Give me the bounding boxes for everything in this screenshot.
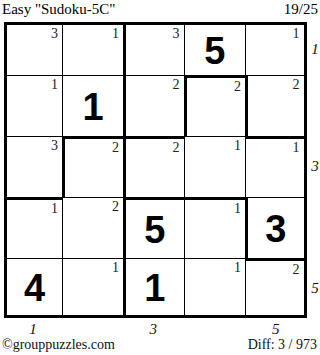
cell-clue: 2 [293,77,300,92]
cell-clue: 1 [112,26,119,41]
cell-value: 5 [144,209,165,249]
cell-clue: 1 [293,140,300,155]
cell-clue: 2 [293,262,300,277]
cell-r3c1[interactable]: 3 [4,136,62,197]
cell-clue: 1 [293,26,300,41]
cell-clue: 1 [234,138,241,153]
cell-clue: 2 [234,79,241,94]
row-label-5: 5 [308,281,320,296]
puzzle-page: Easy "Sudoku-5C" 19/25 31351112223221112… [0,0,320,355]
cell-r1c5[interactable]: 1 [245,22,307,75]
puzzle-board: 3135111222322111251341112135135 [0,0,320,355]
cell-r5c1[interactable]: 4 [4,258,62,318]
row-label-1: 1 [308,42,320,57]
cell-r3c3[interactable]: 2 [123,136,184,197]
cell-r5c3[interactable]: 1 [123,258,184,318]
cell-r3c4[interactable]: 1 [184,136,246,197]
cell-clue: 1 [51,77,58,92]
cell-value: 5 [204,30,225,70]
cell-r3c2[interactable]: 2 [62,136,123,197]
cell-r2c3[interactable]: 2 [123,75,184,136]
col-label-5: 5 [269,322,283,337]
cell-r4c2[interactable]: 2 [62,197,123,259]
cell-r2c1[interactable]: 1 [4,75,62,136]
cell-clue: 3 [173,26,180,41]
cell-clue: 2 [173,140,180,155]
cell-r2c2[interactable]: 1 [62,75,123,136]
cell-clue: 1 [234,260,241,275]
cell-value: 1 [144,267,165,307]
col-label-3: 3 [146,322,160,337]
cell-clue: 2 [112,140,119,155]
row-label-3: 3 [308,159,320,174]
difficulty-text: Diff: 3 / 973 [248,337,317,353]
cell-clue: 2 [112,199,119,214]
col-label-1: 1 [26,322,40,337]
cell-r4c5[interactable]: 3 [245,197,307,259]
cell-r1c1[interactable]: 3 [4,22,62,75]
cell-value: 1 [82,86,103,126]
cell-r5c2[interactable]: 1 [62,258,123,318]
cell-clue: 1 [51,201,58,216]
cell-r2c4[interactable]: 2 [184,75,246,136]
cell-r5c4[interactable]: 1 [184,258,246,318]
cell-r2c5[interactable]: 2 [245,75,307,136]
cell-clue: 3 [51,138,58,153]
cell-r4c3[interactable]: 5 [123,197,184,259]
cell-clue: 1 [112,260,119,275]
cell-r1c2[interactable]: 1 [62,22,123,75]
copyright-text: ©grouppuzzles.com [2,337,115,353]
cell-r3c5[interactable]: 1 [245,136,307,197]
cell-value: 3 [265,208,286,248]
cell-value: 4 [24,267,45,307]
cell-r1c4[interactable]: 5 [184,22,246,75]
cell-r4c4[interactable]: 1 [184,197,246,259]
cell-r1c3[interactable]: 3 [123,22,184,75]
cell-clue: 3 [51,26,58,41]
cell-clue: 1 [234,201,241,216]
cell-r5c5[interactable]: 2 [245,258,307,318]
cell-clue: 2 [173,77,180,92]
cell-r4c1[interactable]: 1 [4,197,62,259]
